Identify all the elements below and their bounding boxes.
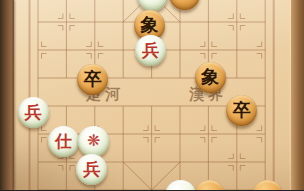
piece-character: 兵 [25,104,42,121]
piece-hidden-piece-c6[interactable]: ❋ [78,126,109,157]
piece-character: 兵 [83,161,100,178]
piece-character: 卒 [233,101,251,119]
piece-red-soldier-c7[interactable]: 兵 [76,154,107,185]
pieces-layer: 象兵卒象兵卒仕❋兵 [24,0,280,190]
wood-frame-left [0,0,14,190]
piece-black-partial-i8[interactable] [252,180,283,191]
piece-red-partial-f8[interactable] [165,180,196,191]
piece-black-partial-g8[interactable] [194,180,225,191]
xiangqi-board[interactable]: 楚河 漢界 象兵卒象兵卒仕❋兵 [0,0,304,190]
piece-character: 卒 [84,70,102,88]
piece-character: 兵 [142,42,159,59]
piece-black-partial-f1[interactable] [169,0,200,10]
piece-red-advisor-b6[interactable]: 仕 [48,126,79,157]
piece-character: ❋ [87,133,100,149]
piece-black-soldier-h5[interactable]: 卒 [226,95,257,126]
piece-character: 象 [201,68,219,86]
piece-character: 仕 [55,133,72,150]
piece-black-soldier-c4[interactable]: 卒 [77,64,108,95]
piece-red-soldier-a5[interactable]: 兵 [18,97,49,128]
piece-character: 象 [141,16,159,34]
piece-black-elephant-g4[interactable]: 象 [195,62,226,93]
wood-frame-right [291,0,304,190]
piece-red-soldier-e3[interactable]: 兵 [135,35,166,66]
